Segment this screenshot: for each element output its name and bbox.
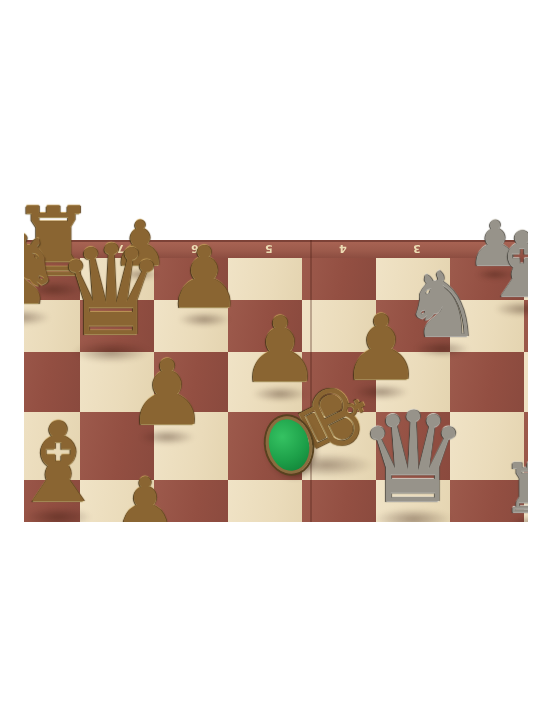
silver-queen-d3: ♛ xyxy=(357,395,469,520)
gold-pawn-e6: ♟ xyxy=(127,348,208,438)
chessboard-photo: 8765432 ♜♞♟♛♟♟♟♟♝♟♞♟♝♛♜♚ xyxy=(24,85,528,522)
coordinate-label-5: 5 xyxy=(265,242,273,255)
gold-queen-g7: ♛ xyxy=(55,228,167,353)
chessboard: 8765432 ♜♞♟♛♟♟♟♟♝♟♞♟♝♛♜♚ xyxy=(24,85,528,522)
white-backdrop xyxy=(0,522,540,720)
gold-pawn-g6: ♟ xyxy=(166,235,242,320)
square-d5 xyxy=(228,480,302,522)
coordinate-label-4: 4 xyxy=(339,242,347,255)
square-f1 xyxy=(524,352,528,412)
gold-pawn-d7: ♟ xyxy=(113,468,178,522)
square-h4 xyxy=(302,258,376,300)
silver-rook-d1: ♜ xyxy=(502,455,528,522)
gold-bishop-d8: ♝ xyxy=(24,408,107,518)
silver-bishop-g2: ♝ xyxy=(482,220,528,310)
gold-pawn-f5: ♟ xyxy=(240,305,321,395)
product-photo-canvas: 8765432 ♜♞♟♛♟♟♟♟♝♟♞♟♝♛♜♚ xyxy=(0,0,540,720)
